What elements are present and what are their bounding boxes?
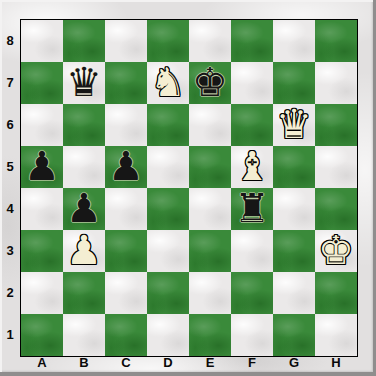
square-b2[interactable] [63,272,105,314]
square-h2[interactable] [315,272,357,314]
square-b4[interactable]: ♟ [63,188,105,230]
chess-board: ♛♞♚♛♟♟♝♟♜♟♚ [20,19,358,357]
rank-label-1: 1 [0,313,20,355]
black-pawn[interactable]: ♟ [24,145,60,187]
square-g8[interactable] [273,20,315,62]
square-b8[interactable] [63,20,105,62]
rank-label-8: 8 [0,19,20,61]
black-pawn[interactable]: ♟ [66,187,102,229]
square-e4[interactable] [189,188,231,230]
square-c1[interactable] [105,314,147,356]
square-d2[interactable] [147,272,189,314]
square-g5[interactable] [273,146,315,188]
square-c7[interactable] [105,62,147,104]
square-d5[interactable] [147,146,189,188]
square-g6[interactable]: ♛ [273,104,315,146]
square-g4[interactable] [273,188,315,230]
white-pawn[interactable]: ♟ [66,229,102,271]
square-d4[interactable] [147,188,189,230]
square-a8[interactable] [21,20,63,62]
square-c5[interactable]: ♟ [105,146,147,188]
square-b6[interactable] [63,104,105,146]
rank-labels: 87654321 [0,19,20,355]
square-e5[interactable] [189,146,231,188]
black-pawn[interactable]: ♟ [108,145,144,187]
square-f1[interactable] [231,314,273,356]
square-a5[interactable]: ♟ [21,146,63,188]
white-bishop[interactable]: ♝ [234,145,270,187]
square-a6[interactable] [21,104,63,146]
square-e3[interactable] [189,230,231,272]
square-e6[interactable] [189,104,231,146]
square-e7[interactable]: ♚ [189,62,231,104]
square-f3[interactable] [231,230,273,272]
square-g2[interactable] [273,272,315,314]
square-d1[interactable] [147,314,189,356]
file-label-e: E [189,354,231,371]
file-label-a: A [21,354,63,371]
square-d6[interactable] [147,104,189,146]
square-h4[interactable] [315,188,357,230]
square-d3[interactable] [147,230,189,272]
square-a3[interactable] [21,230,63,272]
rank-label-3: 3 [0,229,20,271]
square-h3[interactable]: ♚ [315,230,357,272]
file-label-f: F [231,354,273,371]
square-b7[interactable]: ♛ [63,62,105,104]
square-a7[interactable] [21,62,63,104]
black-rook[interactable]: ♜ [234,187,270,229]
square-c4[interactable] [105,188,147,230]
square-f6[interactable] [231,104,273,146]
square-h5[interactable] [315,146,357,188]
square-c2[interactable] [105,272,147,314]
file-label-h: H [315,354,357,371]
rank-label-2: 2 [0,271,20,313]
square-h7[interactable] [315,62,357,104]
square-c6[interactable] [105,104,147,146]
file-labels: ABCDEFGH [21,354,357,371]
square-g3[interactable] [273,230,315,272]
square-b1[interactable] [63,314,105,356]
square-d8[interactable] [147,20,189,62]
chessboard-frame: ♛♞♚♛♟♟♝♟♜♟♚ 87654321 ABCDEFGH [0,0,376,376]
rank-label-5: 5 [0,145,20,187]
file-label-d: D [147,354,189,371]
white-king[interactable]: ♚ [318,229,354,271]
square-f8[interactable] [231,20,273,62]
file-label-g: G [273,354,315,371]
square-f7[interactable] [231,62,273,104]
rank-label-6: 6 [0,103,20,145]
black-king[interactable]: ♚ [192,61,228,103]
square-g1[interactable] [273,314,315,356]
black-queen[interactable]: ♛ [66,61,102,103]
square-b3[interactable]: ♟ [63,230,105,272]
square-f5[interactable]: ♝ [231,146,273,188]
white-knight[interactable]: ♞ [150,61,186,103]
square-f2[interactable] [231,272,273,314]
square-c8[interactable] [105,20,147,62]
rank-label-4: 4 [0,187,20,229]
file-label-c: C [105,354,147,371]
square-d7[interactable]: ♞ [147,62,189,104]
square-e1[interactable] [189,314,231,356]
square-f4[interactable]: ♜ [231,188,273,230]
square-b5[interactable] [63,146,105,188]
square-e8[interactable] [189,20,231,62]
white-queen[interactable]: ♛ [276,103,312,145]
square-g7[interactable] [273,62,315,104]
file-label-b: B [63,354,105,371]
square-h8[interactable] [315,20,357,62]
square-a1[interactable] [21,314,63,356]
rank-label-7: 7 [0,61,20,103]
square-h6[interactable] [315,104,357,146]
square-a4[interactable] [21,188,63,230]
square-e2[interactable] [189,272,231,314]
square-a2[interactable] [21,272,63,314]
square-c3[interactable] [105,230,147,272]
square-h1[interactable] [315,314,357,356]
